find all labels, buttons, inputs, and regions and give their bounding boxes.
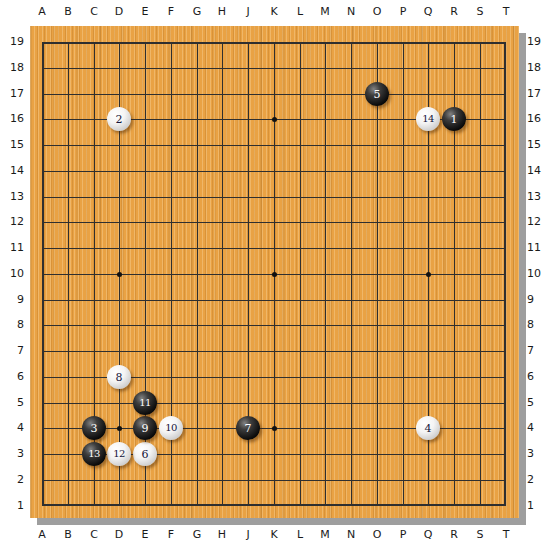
stone-black-E5[interactable]: 11 bbox=[133, 391, 157, 415]
row-label-left-1: 1 bbox=[2, 498, 24, 514]
stone-white-Q4[interactable]: 4 bbox=[416, 416, 440, 440]
column-label-top-Q: Q bbox=[417, 4, 439, 20]
row-label-right-7: 7 bbox=[527, 343, 549, 359]
column-label-bottom-A: A bbox=[31, 527, 53, 543]
row-label-left-14: 14 bbox=[2, 163, 24, 179]
star-point bbox=[272, 117, 277, 122]
row-label-right-3: 3 bbox=[527, 446, 549, 462]
grid-line-vertical bbox=[403, 42, 404, 506]
column-label-top-L: L bbox=[289, 4, 311, 20]
stone-move-number: 2 bbox=[116, 114, 123, 125]
stone-white-F4[interactable]: 10 bbox=[159, 416, 183, 440]
column-label-bottom-M: M bbox=[314, 527, 336, 543]
column-label-bottom-N: N bbox=[340, 527, 362, 543]
stone-black-J4[interactable]: 7 bbox=[236, 416, 260, 440]
column-label-bottom-K: K bbox=[263, 527, 285, 543]
column-label-top-J: J bbox=[237, 4, 259, 20]
row-label-right-5: 5 bbox=[527, 395, 549, 411]
stone-black-C4[interactable]: 3 bbox=[82, 416, 106, 440]
grid-line-horizontal bbox=[42, 504, 506, 506]
column-label-top-R: R bbox=[443, 4, 465, 20]
grid-line-vertical bbox=[504, 42, 506, 506]
stone-move-number: 10 bbox=[165, 423, 177, 433]
grid-line-horizontal bbox=[42, 403, 506, 404]
column-label-bottom-D: D bbox=[108, 527, 130, 543]
stone-move-number: 4 bbox=[425, 423, 432, 434]
grid-line-horizontal bbox=[42, 325, 506, 326]
board-grid[interactable]: 1234567891011121314 bbox=[42, 42, 506, 506]
column-label-bottom-E: E bbox=[134, 527, 156, 543]
row-label-left-2: 2 bbox=[2, 472, 24, 488]
row-label-left-15: 15 bbox=[2, 137, 24, 153]
row-label-left-5: 5 bbox=[2, 395, 24, 411]
row-label-left-18: 18 bbox=[2, 60, 24, 76]
column-label-bottom-P: P bbox=[392, 527, 414, 543]
star-point bbox=[272, 272, 277, 277]
column-label-bottom-T: T bbox=[495, 527, 517, 543]
row-label-right-12: 12 bbox=[527, 214, 549, 230]
star-point bbox=[426, 272, 431, 277]
column-label-bottom-Q: Q bbox=[417, 527, 439, 543]
row-label-right-4: 4 bbox=[527, 420, 549, 436]
stone-black-C3[interactable]: 13 bbox=[82, 442, 106, 466]
row-label-right-15: 15 bbox=[527, 137, 549, 153]
row-label-left-16: 16 bbox=[2, 111, 24, 127]
column-label-bottom-L: L bbox=[289, 527, 311, 543]
column-label-top-F: F bbox=[160, 4, 182, 20]
stone-move-number: 13 bbox=[88, 449, 100, 459]
row-label-left-13: 13 bbox=[2, 189, 24, 205]
row-label-left-9: 9 bbox=[2, 292, 24, 308]
stone-move-number: 12 bbox=[113, 449, 125, 459]
stone-black-E4[interactable]: 9 bbox=[133, 416, 157, 440]
column-label-bottom-H: H bbox=[211, 527, 233, 543]
row-label-right-14: 14 bbox=[527, 163, 549, 179]
grid-line-vertical bbox=[377, 42, 378, 506]
stone-move-number: 7 bbox=[245, 423, 252, 434]
row-label-right-19: 19 bbox=[527, 34, 549, 50]
column-label-bottom-O: O bbox=[366, 527, 388, 543]
grid-line-vertical bbox=[300, 42, 301, 506]
column-label-bottom-F: F bbox=[160, 527, 182, 543]
column-label-bottom-R: R bbox=[443, 527, 465, 543]
row-label-right-11: 11 bbox=[527, 240, 549, 256]
column-label-top-O: O bbox=[366, 4, 388, 20]
grid-line-vertical bbox=[351, 42, 352, 506]
stone-move-number: 14 bbox=[422, 114, 434, 124]
row-label-right-17: 17 bbox=[527, 86, 549, 102]
row-label-right-1: 1 bbox=[527, 498, 549, 514]
column-label-bottom-S: S bbox=[469, 527, 491, 543]
grid-line-horizontal bbox=[42, 480, 506, 481]
goban[interactable]: 1234567891011121314 bbox=[30, 26, 519, 518]
row-label-right-9: 9 bbox=[527, 292, 549, 308]
row-label-right-18: 18 bbox=[527, 60, 549, 76]
star-point bbox=[117, 272, 122, 277]
stone-move-number: 5 bbox=[374, 89, 381, 100]
column-label-top-S: S bbox=[469, 4, 491, 20]
row-label-left-12: 12 bbox=[2, 214, 24, 230]
column-label-top-A: A bbox=[31, 4, 53, 20]
column-label-bottom-B: B bbox=[57, 527, 79, 543]
row-label-left-6: 6 bbox=[2, 369, 24, 385]
row-label-right-10: 10 bbox=[527, 266, 549, 282]
row-label-left-17: 17 bbox=[2, 86, 24, 102]
column-label-bottom-C: C bbox=[83, 527, 105, 543]
row-label-left-4: 4 bbox=[2, 420, 24, 436]
row-label-left-11: 11 bbox=[2, 240, 24, 256]
grid-line-horizontal bbox=[42, 300, 506, 301]
stone-move-number: 1 bbox=[451, 114, 458, 125]
stone-move-number: 11 bbox=[139, 398, 151, 408]
row-label-left-10: 10 bbox=[2, 266, 24, 282]
column-label-top-D: D bbox=[108, 4, 130, 20]
row-label-left-7: 7 bbox=[2, 343, 24, 359]
stone-white-E3[interactable]: 6 bbox=[133, 442, 157, 466]
row-label-right-13: 13 bbox=[527, 189, 549, 205]
star-point bbox=[272, 426, 277, 431]
column-label-top-C: C bbox=[83, 4, 105, 20]
row-label-right-16: 16 bbox=[527, 111, 549, 127]
column-label-top-B: B bbox=[57, 4, 79, 20]
stone-white-Q16[interactable]: 14 bbox=[416, 107, 440, 131]
stone-white-D3[interactable]: 12 bbox=[107, 442, 131, 466]
column-label-top-G: G bbox=[186, 4, 208, 20]
column-label-top-M: M bbox=[314, 4, 336, 20]
column-label-top-N: N bbox=[340, 4, 362, 20]
stone-black-O17[interactable]: 5 bbox=[365, 82, 389, 106]
grid-line-vertical bbox=[480, 42, 481, 506]
stone-black-R16[interactable]: 1 bbox=[442, 107, 466, 131]
stone-white-D16[interactable]: 2 bbox=[107, 107, 131, 131]
row-label-left-8: 8 bbox=[2, 317, 24, 333]
row-label-right-8: 8 bbox=[527, 317, 549, 333]
row-label-right-2: 2 bbox=[527, 472, 549, 488]
column-label-bottom-J: J bbox=[237, 527, 259, 543]
row-label-left-3: 3 bbox=[2, 446, 24, 462]
row-label-left-19: 19 bbox=[2, 34, 24, 50]
column-label-top-E: E bbox=[134, 4, 156, 20]
column-label-top-K: K bbox=[263, 4, 285, 20]
stone-move-number: 6 bbox=[142, 449, 149, 460]
star-point bbox=[117, 426, 122, 431]
stone-move-number: 8 bbox=[116, 372, 123, 383]
grid-line-horizontal bbox=[42, 351, 506, 352]
column-label-top-H: H bbox=[211, 4, 233, 20]
stone-move-number: 9 bbox=[142, 423, 149, 434]
grid-line-vertical bbox=[325, 42, 326, 506]
go-diagram: 1234567891011121314 AABBCCDDEEFFGGHHJJKK… bbox=[0, 0, 550, 550]
stone-white-D6[interactable]: 8 bbox=[107, 365, 131, 389]
row-label-right-6: 6 bbox=[527, 369, 549, 385]
column-label-bottom-G: G bbox=[186, 527, 208, 543]
column-label-top-T: T bbox=[495, 4, 517, 20]
stone-move-number: 3 bbox=[91, 423, 98, 434]
column-label-top-P: P bbox=[392, 4, 414, 20]
